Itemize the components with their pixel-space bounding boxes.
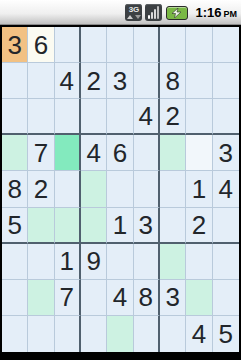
cell-r8c1[interactable] xyxy=(2,280,28,316)
cell-r5c6[interactable] xyxy=(134,171,160,207)
cell-r2c9[interactable] xyxy=(213,63,239,99)
cell-r6c1[interactable]: 5 xyxy=(2,208,28,244)
cell-r7c8[interactable] xyxy=(186,244,212,280)
cell-r4c1[interactable] xyxy=(2,135,28,171)
cell-r9c6[interactable] xyxy=(134,316,160,352)
cell-r9c8[interactable]: 4 xyxy=(186,316,212,352)
cell-r8c5[interactable]: 4 xyxy=(107,280,133,316)
3g-network-label: 3G xyxy=(129,6,140,14)
cell-r4c3[interactable] xyxy=(55,135,81,171)
cell-r4c7[interactable] xyxy=(160,135,186,171)
cell-r3c2[interactable] xyxy=(28,99,54,135)
cell-r9c2[interactable] xyxy=(28,316,54,352)
cell-r3c7[interactable]: 2 xyxy=(160,99,186,135)
cell-r6c4[interactable] xyxy=(81,208,107,244)
cell-r9c1[interactable] xyxy=(2,316,28,352)
cell-r2c4[interactable]: 2 xyxy=(81,63,107,99)
cell-r1c7[interactable] xyxy=(160,27,186,63)
cell-r3c4[interactable] xyxy=(81,99,107,135)
3g-network-icon: 3G xyxy=(125,4,142,21)
cell-r1c8[interactable] xyxy=(186,27,212,63)
cell-r2c6[interactable] xyxy=(134,63,160,99)
cell-r2c1[interactable] xyxy=(2,63,28,99)
cell-r3c6[interactable]: 4 xyxy=(134,99,160,135)
cell-r4c5[interactable]: 6 xyxy=(107,135,133,171)
cell-r5c7[interactable] xyxy=(160,171,186,207)
cell-r7c6[interactable] xyxy=(134,244,160,280)
cell-r1c5[interactable] xyxy=(107,27,133,63)
cell-r8c6[interactable]: 8 xyxy=(134,280,160,316)
cell-r2c5[interactable]: 3 xyxy=(107,63,133,99)
cell-r2c7[interactable]: 8 xyxy=(160,63,186,99)
cell-r9c7[interactable] xyxy=(160,316,186,352)
cell-r8c3[interactable]: 7 xyxy=(55,280,81,316)
cell-r9c4[interactable] xyxy=(81,316,107,352)
cell-r3c9[interactable] xyxy=(213,99,239,135)
cell-r8c8[interactable] xyxy=(186,280,212,316)
cell-r5c8[interactable]: 1 xyxy=(186,171,212,207)
cell-r2c8[interactable] xyxy=(186,63,212,99)
battery-charging-icon xyxy=(166,6,188,20)
cell-r5c4[interactable] xyxy=(81,171,107,207)
cell-r1c3[interactable] xyxy=(55,27,81,63)
cell-r5c2[interactable]: 2 xyxy=(28,171,54,207)
cell-r9c9[interactable]: 5 xyxy=(213,316,239,352)
cell-r4c8[interactable] xyxy=(186,135,212,171)
cell-r2c3[interactable]: 4 xyxy=(55,63,81,99)
cell-r5c5[interactable] xyxy=(107,171,133,207)
clock-time: 1:16 xyxy=(195,5,221,20)
sudoku-board: 3642384274638214513219748345 xyxy=(2,27,239,352)
cell-r4c9[interactable]: 3 xyxy=(213,135,239,171)
cell-r4c6[interactable] xyxy=(134,135,160,171)
clock: 1:16 PM xyxy=(195,5,237,20)
cell-r5c1[interactable]: 8 xyxy=(2,171,28,207)
cell-r7c5[interactable] xyxy=(107,244,133,280)
cell-r4c4[interactable]: 4 xyxy=(81,135,107,171)
cell-r6c6[interactable]: 3 xyxy=(134,208,160,244)
cell-r4c2[interactable]: 7 xyxy=(28,135,54,171)
cell-r8c9[interactable] xyxy=(213,280,239,316)
cell-r1c4[interactable] xyxy=(81,27,107,63)
cell-r1c1[interactable]: 3 xyxy=(2,27,28,63)
data-activity-arrows-icon xyxy=(127,15,141,19)
cell-r3c3[interactable] xyxy=(55,99,81,135)
cell-r8c7[interactable]: 3 xyxy=(160,280,186,316)
cell-r7c4[interactable]: 9 xyxy=(81,244,107,280)
cell-r5c9[interactable]: 4 xyxy=(213,171,239,207)
cell-r9c3[interactable] xyxy=(55,316,81,352)
cell-r7c1[interactable] xyxy=(2,244,28,280)
cell-r5c3[interactable] xyxy=(55,171,81,207)
cell-r6c2[interactable] xyxy=(28,208,54,244)
cell-r7c2[interactable] xyxy=(28,244,54,280)
cell-r1c6[interactable] xyxy=(134,27,160,63)
status-bar: 3G 1:16 PM xyxy=(0,0,241,25)
cell-r7c9[interactable] xyxy=(213,244,239,280)
cell-r7c7[interactable] xyxy=(160,244,186,280)
cell-r6c8[interactable]: 2 xyxy=(186,208,212,244)
cell-r6c5[interactable]: 1 xyxy=(107,208,133,244)
cell-r3c1[interactable] xyxy=(2,99,28,135)
phone-screen: 3G 1:16 PM 3642384274638214513219748345 xyxy=(0,0,241,360)
cell-r6c3[interactable] xyxy=(55,208,81,244)
cell-r7c3[interactable]: 1 xyxy=(55,244,81,280)
cell-r8c4[interactable] xyxy=(81,280,107,316)
cell-r3c5[interactable] xyxy=(107,99,133,135)
signal-strength-icon xyxy=(145,4,162,21)
cell-r9c5[interactable] xyxy=(107,316,133,352)
cell-r2c2[interactable] xyxy=(28,63,54,99)
cell-r8c2[interactable] xyxy=(28,280,54,316)
cell-r6c9[interactable] xyxy=(213,208,239,244)
cell-r1c2[interactable]: 6 xyxy=(28,27,54,63)
clock-period: PM xyxy=(224,9,238,19)
cell-r1c9[interactable] xyxy=(213,27,239,63)
cell-r6c7[interactable] xyxy=(160,208,186,244)
cell-r3c8[interactable] xyxy=(186,99,212,135)
